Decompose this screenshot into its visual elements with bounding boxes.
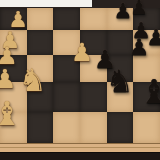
board-margin-groove <box>0 147 160 148</box>
white-pawn-4-pawn: ♟ <box>0 66 17 92</box>
white-center-pawn-pawn: ♟ <box>71 40 93 65</box>
square-r1c1 <box>27 30 54 55</box>
square-r0c3 <box>80 8 107 30</box>
square-r3c3 <box>80 82 107 112</box>
square-r4c1 <box>27 112 54 143</box>
black-pawn-far-2-pawn: ♟ <box>130 0 148 17</box>
background-wall <box>0 0 92 7</box>
square-r0c1 <box>27 8 54 30</box>
square-r4c3 <box>80 112 107 143</box>
board-front-edge <box>0 152 160 160</box>
black-bishop-edge-bishop: ♝ <box>139 75 160 108</box>
chess-photo-scene: ♟♟♟♟♝♞♟♟♟♟♟♟♟♞♝ <box>0 0 160 160</box>
white-bishop-edge-bishop: ♝ <box>0 97 22 130</box>
square-r0c2 <box>53 8 80 30</box>
square-r4c5 <box>133 112 160 143</box>
white-knight-knight: ♞ <box>19 65 47 96</box>
black-pawn-mid-3-pawn: ♟ <box>129 36 150 59</box>
black-pawn-far-1-pawn: ♟ <box>114 1 133 22</box>
square-r4c2 <box>53 112 80 143</box>
black-knight-knight: ♞ <box>106 66 134 97</box>
square-r4c4 <box>107 112 134 143</box>
square-r3c2 <box>53 82 80 112</box>
